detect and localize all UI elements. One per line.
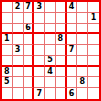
sudoku-cell-r3c9[interactable] [88,24,99,35]
sudoku-cell-r7c3[interactable] [24,67,35,78]
sudoku-cell-r4c2[interactable] [13,34,24,45]
sudoku-cell-r2c8[interactable] [77,13,88,24]
sudoku-cell-r4c7[interactable] [67,34,78,45]
sudoku-cell-r3c1[interactable] [2,24,13,35]
given-digit: 1 [91,14,97,22]
given-digit: 3 [15,46,21,54]
sudoku-cell-r5c7[interactable]: 7 [67,45,78,56]
sudoku-cell-r2c1[interactable] [2,13,13,24]
sudoku-cell-r9c6[interactable] [56,88,67,99]
given-digit: 6 [25,24,31,32]
sudoku-cell-r4c6[interactable]: 8 [56,34,67,45]
sudoku-cell-r1c1[interactable] [2,2,13,13]
sudoku-cell-r3c4[interactable] [34,24,45,35]
sudoku-cell-r9c9[interactable] [88,88,99,99]
sudoku-cell-r3c5[interactable] [45,24,56,35]
sudoku-cell-r8c4[interactable] [34,77,45,88]
sudoku-cell-r8c7[interactable] [67,77,78,88]
sudoku-cell-r8c9[interactable] [88,77,99,88]
sudoku-cell-r5c5[interactable] [45,45,56,56]
sudoku-cell-r7c7[interactable] [67,67,78,78]
given-digit: 1 [4,35,10,43]
sudoku-cell-r1c3[interactable]: 7 [24,2,35,13]
sudoku-cell-r8c3[interactable] [24,77,35,88]
sudoku-cell-r9c1[interactable] [2,88,13,99]
sudoku-cell-r9c8[interactable] [77,88,88,99]
given-digit: 6 [69,90,75,98]
sudoku-cell-r1c8[interactable] [77,2,88,13]
sudoku-cell-r5c1[interactable] [2,45,13,56]
given-digit: 4 [47,68,53,76]
given-digit: 5 [4,78,10,86]
sudoku-cell-r1c5[interactable] [45,2,56,13]
sudoku-cell-r9c4[interactable]: 7 [34,88,45,99]
sudoku-cell-r9c2[interactable] [13,88,24,99]
sudoku-cell-r7c6[interactable] [56,67,67,78]
sudoku-cell-r5c4[interactable] [34,45,45,56]
sudoku-cell-r4c5[interactable] [45,34,56,45]
sudoku-cell-r4c9[interactable] [88,34,99,45]
sudoku-cell-r8c1[interactable]: 5 [2,77,13,88]
sudoku-cell-r5c2[interactable]: 3 [13,45,24,56]
sudoku-cell-r6c8[interactable] [77,56,88,67]
sudoku-cell-r7c1[interactable]: 8 [2,67,13,78]
given-digit: 7 [25,3,31,11]
sudoku-cell-r3c2[interactable] [13,24,24,35]
sudoku-cell-r6c2[interactable] [13,56,24,67]
sudoku-cell-r6c4[interactable] [34,56,45,67]
sudoku-cell-r3c3[interactable]: 6 [24,24,35,35]
sudoku-cell-r9c5[interactable] [45,88,56,99]
sudoku-cell-r5c6[interactable] [56,45,67,56]
sudoku-cell-r3c7[interactable] [67,24,78,35]
given-digit: 4 [69,3,75,11]
sudoku-cell-r6c5[interactable]: 5 [45,56,56,67]
sudoku-cell-r2c2[interactable] [13,13,24,24]
sudoku-cell-r6c6[interactable] [56,56,67,67]
sudoku-cell-r8c2[interactable] [13,77,24,88]
sudoku-cell-r7c9[interactable] [88,67,99,78]
sudoku-cell-r1c6[interactable] [56,2,67,13]
sudoku-cell-r2c3[interactable] [24,13,35,24]
sudoku-cell-r6c3[interactable] [24,56,35,67]
given-digit: 5 [47,56,53,64]
sudoku-cell-r7c5[interactable]: 4 [45,67,56,78]
sudoku-cell-r2c5[interactable] [45,13,56,24]
sudoku-cell-r4c3[interactable] [24,34,35,45]
sudoku-cell-r7c4[interactable] [34,67,45,78]
sudoku-cell-r1c7[interactable]: 4 [67,2,78,13]
sudoku-cell-r1c4[interactable]: 3 [34,2,45,13]
given-digit: 7 [36,90,42,98]
given-digit: 8 [4,68,10,76]
sudoku-cell-r9c7[interactable]: 6 [67,88,78,99]
sudoku-cell-r3c8[interactable] [77,24,88,35]
given-digit: 3 [36,3,42,11]
sudoku-cell-r3c6[interactable] [56,24,67,35]
given-digit: 2 [15,3,21,11]
sudoku-cell-r7c2[interactable] [13,67,24,78]
sudoku-cell-r5c3[interactable] [24,45,35,56]
sudoku-cell-r2c4[interactable] [34,13,45,24]
sudoku-cell-r5c8[interactable] [77,45,88,56]
sudoku-cell-r8c8[interactable]: 8 [77,77,88,88]
sudoku-cell-r1c9[interactable] [88,2,99,13]
sudoku-cell-r4c1[interactable]: 1 [2,34,13,45]
sudoku-cell-r5c9[interactable] [88,45,99,56]
sudoku-board: 27341618375845876 [0,0,101,101]
sudoku-cell-r8c5[interactable] [45,77,56,88]
sudoku-cell-r4c4[interactable] [34,34,45,45]
sudoku-cell-r9c3[interactable] [24,88,35,99]
sudoku-cell-r2c9[interactable]: 1 [88,13,99,24]
sudoku-cell-r8c6[interactable] [56,77,67,88]
sudoku-cell-r2c7[interactable] [67,13,78,24]
sudoku-cell-r2c6[interactable] [56,13,67,24]
sudoku-cell-r6c9[interactable] [88,56,99,67]
sudoku-cell-r7c8[interactable] [77,67,88,78]
sudoku-cell-r1c2[interactable]: 2 [13,2,24,13]
given-digit: 7 [69,46,75,54]
sudoku-cell-r6c7[interactable] [67,56,78,67]
given-digit: 8 [57,35,63,43]
sudoku-cell-r4c8[interactable] [77,34,88,45]
given-digit: 8 [80,78,86,86]
sudoku-cell-r6c1[interactable] [2,56,13,67]
